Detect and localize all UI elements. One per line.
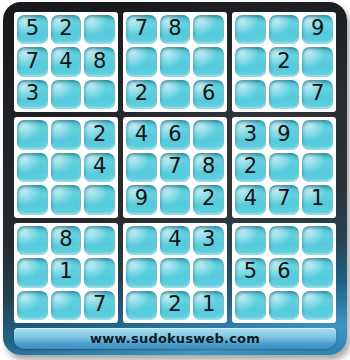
sudoku-cell-r4c9[interactable] [302, 120, 333, 149]
sudoku-cell-r3c1[interactable]: 3 [17, 80, 48, 109]
sudoku-cell-r4c5[interactable]: 6 [160, 120, 191, 149]
sudoku-box-9: 56 [232, 223, 336, 323]
sudoku-cell-r4c3[interactable]: 2 [84, 120, 115, 149]
given-digit: 9 [277, 124, 290, 145]
sudoku-cell-r4c4[interactable]: 4 [126, 120, 157, 149]
sudoku-cell-r4c7[interactable]: 3 [235, 120, 266, 149]
sudoku-cell-r4c8[interactable]: 9 [269, 120, 300, 149]
sudoku-box-3: 927 [232, 12, 336, 112]
given-digit: 7 [135, 18, 148, 39]
sudoku-box-6: 392471 [232, 117, 336, 217]
sudoku-cell-r6c7[interactable]: 4 [235, 185, 266, 214]
sudoku-cell-r8c5[interactable] [160, 258, 191, 287]
sudoku-cell-r8c7[interactable]: 5 [235, 258, 266, 287]
sudoku-cell-r5c4[interactable] [126, 153, 157, 182]
sudoku-cell-r5c5[interactable]: 7 [160, 153, 191, 182]
given-digit: 9 [135, 188, 148, 209]
given-digit: 8 [168, 18, 181, 39]
sudoku-cell-r8c8[interactable]: 6 [269, 258, 300, 287]
sudoku-cell-r1c1[interactable]: 5 [17, 15, 48, 44]
sudoku-cell-r3c5[interactable] [160, 80, 191, 109]
sudoku-cell-r6c5[interactable] [160, 185, 191, 214]
sudoku-box-4: 24 [14, 117, 118, 217]
sudoku-grid: 527483782692724467892392471817432156 [14, 12, 336, 323]
sudoku-cell-r2c9[interactable] [302, 47, 333, 76]
sudoku-cell-r3c4[interactable]: 2 [126, 80, 157, 109]
sudoku-cell-r1c3[interactable] [84, 15, 115, 44]
given-digit: 1 [202, 294, 215, 315]
sudoku-board-frame: 527483782692724467892392471817432156 www… [3, 2, 347, 355]
sudoku-cell-r7c8[interactable] [269, 226, 300, 255]
given-digit: 2 [168, 294, 181, 315]
footer-band: www.sudokusweb.com [14, 328, 336, 349]
given-digit: 3 [244, 124, 257, 145]
footer-url: www.sudokusweb.com [90, 331, 260, 346]
sudoku-cell-r4c1[interactable] [17, 120, 48, 149]
given-digit: 9 [311, 18, 324, 39]
sudoku-cell-r6c3[interactable] [84, 185, 115, 214]
given-digit: 2 [202, 188, 215, 209]
sudoku-cell-r2c5[interactable] [160, 47, 191, 76]
sudoku-cell-r3c2[interactable] [51, 80, 82, 109]
sudoku-cell-r9c6[interactable]: 1 [193, 291, 224, 320]
given-digit: 3 [202, 229, 215, 250]
given-digit: 7 [168, 156, 181, 177]
sudoku-cell-r1c9[interactable]: 9 [302, 15, 333, 44]
sudoku-cell-r8c6[interactable] [193, 258, 224, 287]
sudoku-cell-r7c6[interactable]: 3 [193, 226, 224, 255]
sudoku-cell-r1c6[interactable] [193, 15, 224, 44]
given-digit: 1 [311, 188, 324, 209]
given-digit: 2 [277, 51, 290, 72]
sudoku-cell-r1c7[interactable] [235, 15, 266, 44]
given-digit: 7 [311, 83, 324, 104]
sudoku-cell-r2c7[interactable] [235, 47, 266, 76]
given-digit: 7 [277, 188, 290, 209]
given-digit: 5 [26, 18, 39, 39]
sudoku-cell-r4c2[interactable] [51, 120, 82, 149]
sudoku-box-5: 467892 [123, 117, 227, 217]
sudoku-cell-r9c7[interactable] [235, 291, 266, 320]
sudoku-cell-r8c4[interactable] [126, 258, 157, 287]
sudoku-cell-r1c2[interactable]: 2 [51, 15, 82, 44]
sudoku-cell-r8c2[interactable]: 1 [51, 258, 82, 287]
given-digit: 2 [135, 83, 148, 104]
sudoku-cell-r7c3[interactable] [84, 226, 115, 255]
given-digit: 4 [244, 188, 257, 209]
given-digit: 7 [93, 294, 106, 315]
sudoku-cell-r3c8[interactable] [269, 80, 300, 109]
sudoku-cell-r6c9[interactable]: 1 [302, 185, 333, 214]
sudoku-cell-r6c8[interactable]: 7 [269, 185, 300, 214]
given-digit: 4 [168, 229, 181, 250]
sudoku-cell-r7c2[interactable]: 8 [51, 226, 82, 255]
given-digit: 2 [59, 18, 72, 39]
given-digit: 6 [277, 261, 290, 282]
sudoku-cell-r6c2[interactable] [51, 185, 82, 214]
sudoku-cell-r7c5[interactable]: 4 [160, 226, 191, 255]
sudoku-cell-r1c5[interactable]: 8 [160, 15, 191, 44]
sudoku-cell-r9c2[interactable] [51, 291, 82, 320]
sudoku-cell-r5c3[interactable]: 4 [84, 153, 115, 182]
sudoku-cell-r6c1[interactable] [17, 185, 48, 214]
sudoku-cell-r7c9[interactable] [302, 226, 333, 255]
sudoku-cell-r2c4[interactable] [126, 47, 157, 76]
given-digit: 2 [93, 124, 106, 145]
sudoku-cell-r3c3[interactable] [84, 80, 115, 109]
sudoku-cell-r5c1[interactable] [17, 153, 48, 182]
sudoku-cell-r5c9[interactable] [302, 153, 333, 182]
given-digit: 4 [59, 51, 72, 72]
sudoku-cell-r6c4[interactable]: 9 [126, 185, 157, 214]
sudoku-cell-r7c1[interactable] [17, 226, 48, 255]
sudoku-cell-r1c8[interactable] [269, 15, 300, 44]
sudoku-cell-r5c2[interactable] [51, 153, 82, 182]
sudoku-cell-r9c1[interactable] [17, 291, 48, 320]
sudoku-cell-r9c8[interactable] [269, 291, 300, 320]
sudoku-cell-r2c3[interactable]: 8 [84, 47, 115, 76]
sudoku-cell-r5c8[interactable] [269, 153, 300, 182]
sudoku-page: 527483782692724467892392471817432156 www… [0, 0, 350, 360]
sudoku-cell-r8c9[interactable] [302, 258, 333, 287]
sudoku-cell-r7c4[interactable] [126, 226, 157, 255]
sudoku-cell-r8c1[interactable] [17, 258, 48, 287]
given-digit: 6 [168, 124, 181, 145]
sudoku-cell-r2c2[interactable]: 4 [51, 47, 82, 76]
sudoku-cell-r9c4[interactable] [126, 291, 157, 320]
given-digit: 6 [202, 83, 215, 104]
given-digit: 1 [59, 261, 72, 282]
sudoku-cell-r7c7[interactable] [235, 226, 266, 255]
sudoku-cell-r5c7[interactable]: 2 [235, 153, 266, 182]
sudoku-cell-r3c9[interactable]: 7 [302, 80, 333, 109]
given-digit: 4 [135, 124, 148, 145]
sudoku-cell-r6c6[interactable]: 2 [193, 185, 224, 214]
given-digit: 8 [93, 51, 106, 72]
sudoku-box-1: 527483 [14, 12, 118, 112]
sudoku-cell-r9c5[interactable]: 2 [160, 291, 191, 320]
sudoku-cell-r5c6[interactable]: 8 [193, 153, 224, 182]
sudoku-cell-r1c4[interactable]: 7 [126, 15, 157, 44]
sudoku-box-8: 4321 [123, 223, 227, 323]
given-digit: 3 [26, 83, 39, 104]
given-digit: 8 [59, 229, 72, 250]
sudoku-cell-r9c9[interactable] [302, 291, 333, 320]
given-digit: 2 [244, 156, 257, 177]
sudoku-cell-r2c1[interactable]: 7 [17, 47, 48, 76]
sudoku-cell-r4c6[interactable] [193, 120, 224, 149]
sudoku-cell-r3c7[interactable] [235, 80, 266, 109]
given-digit: 4 [93, 156, 106, 177]
sudoku-box-2: 7826 [123, 12, 227, 112]
sudoku-box-7: 817 [14, 223, 118, 323]
given-digit: 8 [202, 156, 215, 177]
sudoku-cell-r3c6[interactable]: 6 [193, 80, 224, 109]
sudoku-cell-r2c6[interactable] [193, 47, 224, 76]
sudoku-cell-r2c8[interactable]: 2 [269, 47, 300, 76]
given-digit: 7 [26, 51, 39, 72]
given-digit: 5 [244, 261, 257, 282]
sudoku-cell-r9c3[interactable]: 7 [84, 291, 115, 320]
sudoku-cell-r8c3[interactable] [84, 258, 115, 287]
